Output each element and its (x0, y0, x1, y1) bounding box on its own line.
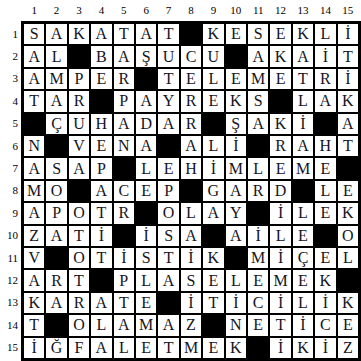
row-label-6: 6 (0, 136, 20, 156)
black-cell-r3c6 (136, 69, 156, 89)
letter-cell-r1c11[interactable]: S (248, 24, 268, 44)
letter-cell-r10c6[interactable]: İ (136, 226, 156, 246)
letter-cell-r2c2[interactable]: L (46, 46, 66, 66)
row-label-3: 3 (0, 69, 20, 89)
black-cell-r8c13 (293, 181, 313, 201)
letter-cell-r13c14[interactable]: İ (315, 293, 335, 313)
black-cell-r11c10 (226, 248, 246, 268)
letter-cell-r15c1[interactable]: İ (24, 338, 44, 358)
letter-cell-r5c10[interactable]: Ş (226, 114, 246, 134)
letter-cell-r14c4[interactable]: L (91, 315, 111, 335)
letter-cell-r6c1[interactable]: N (24, 136, 44, 156)
letter-cell-r8c1[interactable]: M (24, 181, 44, 201)
letter-cell-r5c2[interactable]: Ç (46, 114, 66, 134)
letter-cell-r6c13[interactable]: A (293, 136, 313, 156)
letter-cell-r1c6[interactable]: A (136, 24, 156, 44)
letter-cell-r10c13[interactable]: E (293, 226, 313, 246)
black-cell-r8c3 (69, 181, 89, 201)
letter-cell-r13c8[interactable]: İ (181, 293, 201, 313)
letter-cell-r8c5[interactable]: C (114, 181, 134, 201)
letter-cell-r1c7[interactable]: T (158, 24, 178, 44)
letter-cell-r3c15[interactable]: İ (338, 69, 358, 89)
letter-cell-r15c12[interactable]: İ (270, 338, 290, 358)
letter-cell-r1c3[interactable]: K (69, 24, 89, 44)
col-label-13: 13 (293, 0, 313, 21)
black-cell-r12c15 (338, 270, 358, 290)
letter-cell-r13c3[interactable]: R (69, 293, 89, 313)
letter-cell-r7c14[interactable]: E (315, 158, 335, 178)
letter-cell-r14c8[interactable]: Z (181, 315, 201, 335)
letter-cell-r14c12[interactable]: T (270, 315, 290, 335)
letter-cell-r7c7[interactable]: E (158, 158, 178, 178)
letter-cell-r11c9[interactable]: K (203, 248, 223, 268)
letter-cell-r4c15[interactable]: K (338, 91, 358, 111)
letter-cell-r13c6[interactable]: E (136, 293, 156, 313)
letter-cell-r7c11[interactable]: L (248, 158, 268, 178)
letter-cell-r4c6[interactable]: A (136, 91, 156, 111)
letter-cell-r2c9[interactable]: U (203, 46, 223, 66)
row-label-8: 8 (0, 181, 20, 201)
letter-cell-r5c12[interactable]: K (270, 114, 290, 134)
letter-cell-r11c4[interactable]: T (91, 248, 111, 268)
letter-cell-r9c12[interactable]: İ (270, 203, 290, 223)
col-label-14: 14 (315, 0, 335, 21)
letter-cell-r6c8[interactable]: A (181, 136, 201, 156)
letter-cell-r1c4[interactable]: A (91, 24, 111, 44)
letter-cell-r5c6[interactable]: D (136, 114, 156, 134)
letter-cell-r8c14[interactable]: L (315, 181, 335, 201)
letter-cell-r15c5[interactable]: L (114, 338, 134, 358)
col-label-15: 15 (338, 0, 358, 21)
black-cell-r4c4 (91, 91, 111, 111)
black-cell-r1c8 (181, 24, 201, 44)
col-label-4: 4 (91, 0, 111, 21)
letter-cell-r12c12[interactable]: M (270, 270, 290, 290)
letter-cell-r7c1[interactable]: A (24, 158, 44, 178)
black-cell-r5c14 (315, 114, 335, 134)
letter-cell-r5c7[interactable]: A (158, 114, 178, 134)
letter-cell-r10c2[interactable]: A (46, 226, 66, 246)
col-label-10: 10 (226, 0, 246, 21)
letter-cell-r4c2[interactable]: A (46, 91, 66, 111)
letter-cell-r2c15[interactable]: T (338, 46, 358, 66)
letter-cell-r13c2[interactable]: A (46, 293, 66, 313)
black-cell-r12c4 (91, 270, 111, 290)
black-cell-r7c15 (338, 158, 358, 178)
col-label-7: 7 (158, 0, 178, 21)
letter-cell-r5c4[interactable]: H (91, 114, 111, 134)
col-label-2: 2 (46, 0, 66, 21)
col-label-8: 8 (181, 0, 201, 21)
letter-cell-r9c15[interactable]: K (338, 203, 358, 223)
letter-cell-r12c7[interactable]: A (158, 270, 178, 290)
letter-cell-r13c15[interactable]: K (338, 293, 358, 313)
letter-cell-r4c3[interactable]: R (69, 91, 89, 111)
letter-cell-r11c11[interactable]: M (248, 248, 268, 268)
row-label-2: 2 (0, 46, 20, 66)
black-cell-r7c5 (114, 158, 134, 178)
letter-cell-r6c9[interactable]: L (203, 136, 223, 156)
letter-cell-r15c4[interactable]: A (91, 338, 111, 358)
letter-cell-r2c13[interactable]: A (293, 46, 313, 66)
col-label-9: 9 (203, 0, 223, 21)
letter-cell-r7c9[interactable]: İ (203, 158, 223, 178)
letter-cell-r9c10[interactable]: Y (226, 203, 246, 223)
letter-cell-r9c5[interactable]: R (114, 203, 134, 223)
letter-cell-r9c2[interactable]: P (46, 203, 66, 223)
letter-cell-r14c13[interactable]: İ (293, 315, 313, 335)
letter-cell-r3c3[interactable]: P (69, 69, 89, 89)
letter-cell-r9c13[interactable]: L (293, 203, 313, 223)
letter-cell-r2c12[interactable]: K (270, 46, 290, 66)
black-cell-r2c3 (69, 46, 89, 66)
letter-cell-r1c13[interactable]: K (293, 24, 313, 44)
letter-cell-r3c7[interactable]: T (158, 69, 178, 89)
row-label-5: 5 (0, 114, 20, 134)
col-label-1: 1 (24, 0, 44, 21)
letter-cell-r13c4[interactable]: A (91, 293, 111, 313)
letter-cell-r15c13[interactable]: K (293, 338, 313, 358)
letter-cell-r15c8[interactable]: M (181, 338, 201, 358)
letter-cell-r11c13[interactable]: Ç (293, 248, 313, 268)
letter-cell-r4c10[interactable]: K (226, 91, 246, 111)
letter-cell-r4c9[interactable]: E (203, 91, 223, 111)
black-cell-r6c7 (158, 136, 178, 156)
letter-cell-r12c3[interactable]: T (69, 270, 89, 290)
letter-cell-r10c8[interactable]: A (181, 226, 201, 246)
letter-cell-r10c11[interactable]: İ (248, 226, 268, 246)
black-cell-r13c7 (158, 293, 178, 313)
row-labels: 123456789101112131415 (0, 24, 20, 358)
letter-cell-r15c2[interactable]: Ğ (46, 338, 66, 358)
letter-cell-r6c14[interactable]: H (315, 136, 335, 156)
row-label-1: 1 (0, 24, 20, 44)
letter-cell-r12c8[interactable]: S (181, 270, 201, 290)
letter-cell-r11c8[interactable]: İ (181, 248, 201, 268)
letter-cell-r7c4[interactable]: P (91, 158, 111, 178)
letter-cell-r3c1[interactable]: A (24, 69, 44, 89)
letter-cell-r2c4[interactable]: B (91, 46, 111, 66)
letter-cell-r11c12[interactable]: İ (270, 248, 290, 268)
black-cell-r10c14 (315, 226, 335, 246)
letter-cell-r2c7[interactable]: U (158, 46, 178, 66)
letter-cell-r9c1[interactable]: A (24, 203, 44, 223)
letter-cell-r4c8[interactable]: R (181, 91, 201, 111)
letter-cell-r3c2[interactable]: M (46, 69, 66, 89)
letter-cell-r15c3[interactable]: F (69, 338, 89, 358)
letter-cell-r7c2[interactable]: S (46, 158, 66, 178)
letter-cell-r1c14[interactable]: L (315, 24, 335, 44)
letter-cell-r13c11[interactable]: C (248, 293, 268, 313)
letter-cell-r2c14[interactable]: İ (315, 46, 335, 66)
letter-cell-r11c1[interactable]: V (24, 248, 44, 268)
letter-cell-r5c3[interactable]: U (69, 114, 89, 134)
crossword-grid: SAKATATKESEKLİALBAŞUCUAKAİTAMPERTELEMETR… (21, 21, 361, 361)
letter-cell-r12c6[interactable]: L (136, 270, 156, 290)
letter-cell-r5c11[interactable]: A (248, 114, 268, 134)
letter-cell-r1c1[interactable]: S (24, 24, 44, 44)
letter-cell-r10c1[interactable]: Z (24, 226, 44, 246)
letter-cell-r1c5[interactable]: T (114, 24, 134, 44)
letter-cell-r11c14[interactable]: E (315, 248, 335, 268)
letter-cell-r7c3[interactable]: A (69, 158, 89, 178)
col-label-6: 6 (136, 0, 156, 21)
letter-cell-r4c14[interactable]: A (315, 91, 335, 111)
letter-cell-r13c9[interactable]: T (203, 293, 223, 313)
letter-cell-r12c2[interactable]: R (46, 270, 66, 290)
letter-cell-r7c13[interactable]: M (293, 158, 313, 178)
letter-cell-r9c7[interactable]: O (158, 203, 178, 223)
row-label-11: 11 (0, 248, 20, 268)
letter-cell-r12c1[interactable]: A (24, 270, 44, 290)
letter-cell-r13c10[interactable]: İ (226, 293, 246, 313)
letter-cell-r2c11[interactable]: A (248, 46, 268, 66)
row-label-10: 10 (0, 226, 20, 246)
letter-cell-r9c9[interactable]: A (203, 203, 223, 223)
letter-cell-r5c13[interactable]: İ (293, 114, 313, 134)
col-label-3: 3 (69, 0, 89, 21)
letter-cell-r5c15[interactable]: A (338, 114, 358, 134)
letter-cell-r15c15[interactable]: Z (338, 338, 358, 358)
letter-cell-r8c9[interactable]: G (203, 181, 223, 201)
black-cell-r14c2 (46, 315, 66, 335)
black-cell-r10c5 (114, 226, 134, 246)
letter-cell-r14c6[interactable]: M (136, 315, 156, 335)
letter-cell-r3c4[interactable]: E (91, 69, 111, 89)
letter-cell-r7c12[interactable]: E (270, 158, 290, 178)
black-cell-r10c9 (203, 226, 223, 246)
letter-cell-r3c11[interactable]: M (248, 69, 268, 89)
letter-cell-r6c5[interactable]: N (114, 136, 134, 156)
letter-cell-r8c7[interactable]: P (158, 181, 178, 201)
letter-cell-r12c13[interactable]: E (293, 270, 313, 290)
black-cell-r6c2 (46, 136, 66, 156)
black-cell-r6c11 (248, 136, 268, 156)
letter-cell-r8c11[interactable]: R (248, 181, 268, 201)
letter-cell-r13c5[interactable]: T (114, 293, 134, 313)
row-label-7: 7 (0, 158, 20, 178)
crossword-board: 123456789101112131415 123456789101112131… (0, 0, 361, 361)
letter-cell-r3c13[interactable]: T (293, 69, 313, 89)
row-label-14: 14 (0, 315, 20, 335)
letter-cell-r12c10[interactable]: L (226, 270, 246, 290)
letter-cell-r2c5[interactable]: A (114, 46, 134, 66)
col-label-11: 11 (248, 0, 268, 21)
letter-cell-r14c10[interactable]: N (226, 315, 246, 335)
letter-cell-r11c6[interactable]: S (136, 248, 156, 268)
letter-cell-r8c2[interactable]: O (46, 181, 66, 201)
letter-cell-r1c15[interactable]: İ (338, 24, 358, 44)
black-cell-r5c1 (24, 114, 44, 134)
letter-cell-r6c6[interactable]: A (136, 136, 156, 156)
letter-cell-r15c7[interactable]: T (158, 338, 178, 358)
letter-cell-r6c15[interactable]: T (338, 136, 358, 156)
letter-cell-r1c12[interactable]: E (270, 24, 290, 44)
letter-cell-r14c3[interactable]: O (69, 315, 89, 335)
letter-cell-r4c13[interactable]: L (293, 91, 313, 111)
letter-cell-r12c11[interactable]: E (248, 270, 268, 290)
row-label-4: 4 (0, 91, 20, 111)
letter-cell-r14c1[interactable]: T (24, 315, 44, 335)
column-labels: 123456789101112131415 (24, 0, 358, 21)
letter-cell-r6c10[interactable]: İ (226, 136, 246, 156)
letter-cell-r13c13[interactable]: L (293, 293, 313, 313)
letter-cell-r15c6[interactable]: E (136, 338, 156, 358)
letter-cell-r9c3[interactable]: O (69, 203, 89, 223)
black-cell-r11c2 (46, 248, 66, 268)
letter-cell-r7c10[interactable]: M (226, 158, 246, 178)
row-label-9: 9 (0, 203, 20, 223)
letter-cell-r8c12[interactable]: D (270, 181, 290, 201)
black-cell-r5c9 (203, 114, 223, 134)
letter-cell-r4c7[interactable]: Y (158, 91, 178, 111)
letter-cell-r10c3[interactable]: T (69, 226, 89, 246)
letter-cell-r6c3[interactable]: V (69, 136, 89, 156)
letter-cell-r8c6[interactable]: E (136, 181, 156, 201)
letter-cell-r4c11[interactable]: S (248, 91, 268, 111)
black-cell-r4c12 (270, 91, 290, 111)
letter-cell-r3c8[interactable]: E (181, 69, 201, 89)
black-cell-r9c6 (136, 203, 156, 223)
letter-cell-r14c5[interactable]: A (114, 315, 134, 335)
letter-cell-r14c14[interactable]: C (315, 315, 335, 335)
letter-cell-r2c1[interactable]: A (24, 46, 44, 66)
letter-cell-r10c15[interactable]: O (338, 226, 358, 246)
letter-cell-r8c15[interactable]: E (338, 181, 358, 201)
letter-cell-r7c6[interactable]: L (136, 158, 156, 178)
letter-cell-r13c1[interactable]: K (24, 293, 44, 313)
letter-cell-r7c8[interactable]: H (181, 158, 201, 178)
letter-cell-r12c14[interactable]: K (315, 270, 335, 290)
letter-cell-r6c12[interactable]: R (270, 136, 290, 156)
row-label-15: 15 (0, 338, 20, 358)
letter-cell-r15c10[interactable]: K (226, 338, 246, 358)
letter-cell-r11c5[interactable]: İ (114, 248, 134, 268)
letter-cell-r1c2[interactable]: A (46, 24, 66, 44)
letter-cell-r14c15[interactable]: E (338, 315, 358, 335)
black-cell-r2c10 (226, 46, 246, 66)
letter-cell-r4c5[interactable]: P (114, 91, 134, 111)
letter-cell-r11c3[interactable]: O (69, 248, 89, 268)
letter-cell-r9c8[interactable]: L (181, 203, 201, 223)
letter-cell-r2c6[interactable]: Ş (136, 46, 156, 66)
letter-cell-r11c15[interactable]: L (338, 248, 358, 268)
black-cell-r9c11 (248, 203, 268, 223)
letter-cell-r10c4[interactable]: İ (91, 226, 111, 246)
letter-cell-r5c8[interactable]: R (181, 114, 201, 134)
letter-cell-r10c12[interactable]: L (270, 226, 290, 246)
letter-cell-r15c14[interactable]: İ (315, 338, 335, 358)
letter-cell-r9c4[interactable]: T (91, 203, 111, 223)
letter-cell-r11c7[interactable]: T (158, 248, 178, 268)
letter-cell-r5c5[interactable]: A (114, 114, 134, 134)
letter-cell-r13c12[interactable]: İ (270, 293, 290, 313)
col-label-12: 12 (270, 0, 290, 21)
letter-cell-r8c4[interactable]: A (91, 181, 111, 201)
letter-cell-r9c14[interactable]: E (315, 203, 335, 223)
letter-cell-r8c10[interactable]: A (226, 181, 246, 201)
letter-cell-r10c7[interactable]: S (158, 226, 178, 246)
letter-cell-r2c8[interactable]: C (181, 46, 201, 66)
letter-cell-r3c5[interactable]: R (114, 69, 134, 89)
letter-cell-r6c4[interactable]: E (91, 136, 111, 156)
black-cell-r15c11 (248, 338, 268, 358)
black-cell-r14c9 (203, 315, 223, 335)
black-cell-r8c8 (181, 181, 201, 201)
col-label-5: 5 (114, 0, 134, 21)
row-label-12: 12 (0, 270, 20, 290)
letter-cell-r12c5[interactable]: P (114, 270, 134, 290)
letter-cell-r10c10[interactable]: A (226, 226, 246, 246)
letter-cell-r15c9[interactable]: E (203, 338, 223, 358)
letter-cell-r12c9[interactable]: E (203, 270, 223, 290)
row-label-13: 13 (0, 293, 20, 313)
letter-cell-r1c9[interactable]: K (203, 24, 223, 44)
letter-cell-r4c1[interactable]: T (24, 91, 44, 111)
letter-cell-r3c10[interactable]: E (226, 69, 246, 89)
letter-cell-r14c7[interactable]: A (158, 315, 178, 335)
letter-cell-r3c9[interactable]: L (203, 69, 223, 89)
letter-cell-r1c10[interactable]: E (226, 24, 246, 44)
letter-cell-r3c12[interactable]: E (270, 69, 290, 89)
letter-cell-r14c11[interactable]: E (248, 315, 268, 335)
letter-cell-r3c14[interactable]: R (315, 69, 335, 89)
